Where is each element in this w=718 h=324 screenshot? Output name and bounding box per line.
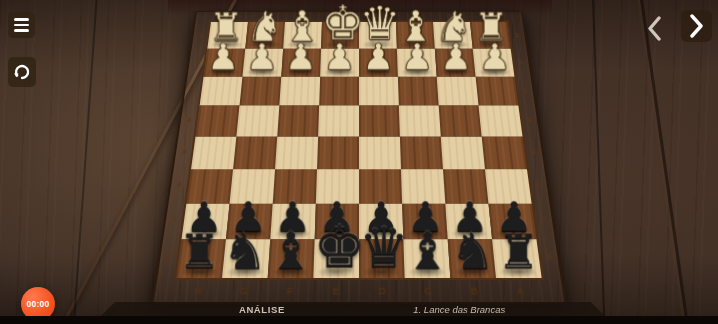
square-h4[interactable] bbox=[195, 106, 239, 137]
black-king: ♚ bbox=[313, 218, 359, 276]
wood-plank-seam bbox=[637, 0, 694, 324]
black-knight: ♞ bbox=[450, 226, 496, 276]
square-a2[interactable]: ♟ bbox=[473, 49, 515, 77]
square-e2[interactable]: ♟ bbox=[320, 49, 359, 77]
square-f5[interactable] bbox=[275, 137, 318, 169]
square-g5[interactable] bbox=[233, 137, 277, 169]
square-a4[interactable] bbox=[479, 106, 523, 137]
app-screen: 12345678 12345678 HGFEDCBA HGFEDCBA ♜♞♝♚… bbox=[0, 0, 718, 324]
square-f2[interactable]: ♟ bbox=[281, 49, 321, 77]
rotate-board-button[interactable] bbox=[8, 57, 36, 87]
status-bar: ANÁLISE 1. Lance das Brancas bbox=[100, 302, 606, 317]
file-label: G bbox=[220, 282, 268, 300]
square-c3[interactable] bbox=[398, 76, 439, 105]
white-pawn: ♟ bbox=[243, 39, 282, 75]
square-e4[interactable] bbox=[318, 106, 359, 137]
chevron-right-icon bbox=[689, 14, 704, 38]
square-c2[interactable]: ♟ bbox=[397, 49, 437, 77]
square-f3[interactable] bbox=[279, 76, 320, 105]
square-g3[interactable] bbox=[239, 76, 281, 105]
black-rook: ♜ bbox=[496, 229, 542, 276]
white-pawn: ♟ bbox=[204, 39, 243, 75]
file-label: A bbox=[496, 282, 544, 300]
menu-button[interactable] bbox=[8, 12, 35, 38]
square-b4[interactable] bbox=[439, 106, 482, 137]
black-rook: ♜ bbox=[177, 229, 223, 276]
previous-move-button[interactable] bbox=[646, 15, 664, 42]
square-d2[interactable]: ♟ bbox=[359, 49, 398, 77]
file-label: C bbox=[405, 282, 452, 300]
square-f4[interactable] bbox=[277, 106, 319, 137]
chevron-left-icon bbox=[646, 15, 664, 42]
white-pawn: ♟ bbox=[359, 39, 398, 75]
square-d8[interactable]: ♛ bbox=[359, 240, 405, 278]
square-h2[interactable]: ♟ bbox=[204, 49, 246, 77]
wood-plank-seam bbox=[72, 0, 98, 324]
timer-value: 00:00 bbox=[26, 299, 49, 309]
file-label: F bbox=[266, 282, 313, 300]
square-d4[interactable] bbox=[359, 106, 400, 137]
square-d3[interactable] bbox=[359, 76, 399, 105]
square-c8[interactable]: ♝ bbox=[403, 240, 450, 278]
board-squares: ♜♞♝♚♛♝♞♜♟♟♟♟♟♟♟♟♟♟♟♟♟♟♟♟♜♞♝♚♛♝♞♜ bbox=[174, 21, 544, 281]
file-labels-bottom: HGFEDCBA bbox=[173, 282, 544, 300]
black-bishop: ♝ bbox=[268, 225, 314, 276]
next-move-button[interactable] bbox=[681, 10, 712, 42]
square-h5[interactable] bbox=[191, 137, 236, 169]
chess-board-3d: 12345678 12345678 HGFEDCBA HGFEDCBA ♜♞♝♚… bbox=[151, 11, 567, 304]
square-g8[interactable]: ♞ bbox=[222, 240, 270, 278]
square-a3[interactable] bbox=[476, 76, 519, 105]
square-e5[interactable] bbox=[317, 137, 359, 169]
square-f8[interactable]: ♝ bbox=[268, 240, 315, 278]
black-bishop: ♝ bbox=[405, 225, 451, 276]
square-c4[interactable] bbox=[399, 106, 441, 137]
square-b2[interactable]: ♟ bbox=[435, 49, 476, 77]
square-g2[interactable]: ♟ bbox=[242, 49, 283, 77]
square-d5[interactable] bbox=[359, 137, 401, 169]
black-knight: ♞ bbox=[222, 226, 268, 276]
black-queen: ♛ bbox=[359, 220, 405, 276]
analysis-mode-label: ANÁLISE bbox=[239, 302, 285, 317]
white-pawn: ♟ bbox=[281, 39, 320, 75]
white-pawn: ♟ bbox=[437, 39, 476, 75]
square-a5[interactable] bbox=[482, 137, 527, 169]
bottom-inset-bar bbox=[0, 316, 718, 324]
square-c5[interactable] bbox=[400, 137, 443, 169]
file-label: B bbox=[451, 282, 499, 300]
square-b5[interactable] bbox=[441, 137, 485, 169]
board-frame: 12345678 12345678 HGFEDCBA HGFEDCBA ♜♞♝♚… bbox=[151, 11, 567, 304]
white-pawn: ♟ bbox=[398, 39, 437, 75]
square-h3[interactable] bbox=[200, 76, 243, 105]
wood-plank-seam bbox=[591, 0, 606, 324]
move-indicator-label: 1. Lance das Brancas bbox=[413, 302, 505, 317]
white-pawn: ♟ bbox=[475, 39, 514, 75]
file-label: H bbox=[173, 282, 221, 300]
file-label: D bbox=[359, 282, 405, 300]
file-label: E bbox=[313, 282, 359, 300]
square-e8[interactable]: ♚ bbox=[313, 240, 359, 278]
white-pawn: ♟ bbox=[320, 39, 359, 75]
square-b8[interactable]: ♞ bbox=[448, 240, 496, 278]
rotate-board-icon bbox=[13, 63, 31, 81]
square-a8[interactable]: ♜ bbox=[492, 240, 542, 278]
square-b3[interactable] bbox=[437, 76, 479, 105]
square-g4[interactable] bbox=[236, 106, 279, 137]
square-e3[interactable] bbox=[319, 76, 359, 105]
square-h8[interactable]: ♜ bbox=[176, 240, 226, 278]
